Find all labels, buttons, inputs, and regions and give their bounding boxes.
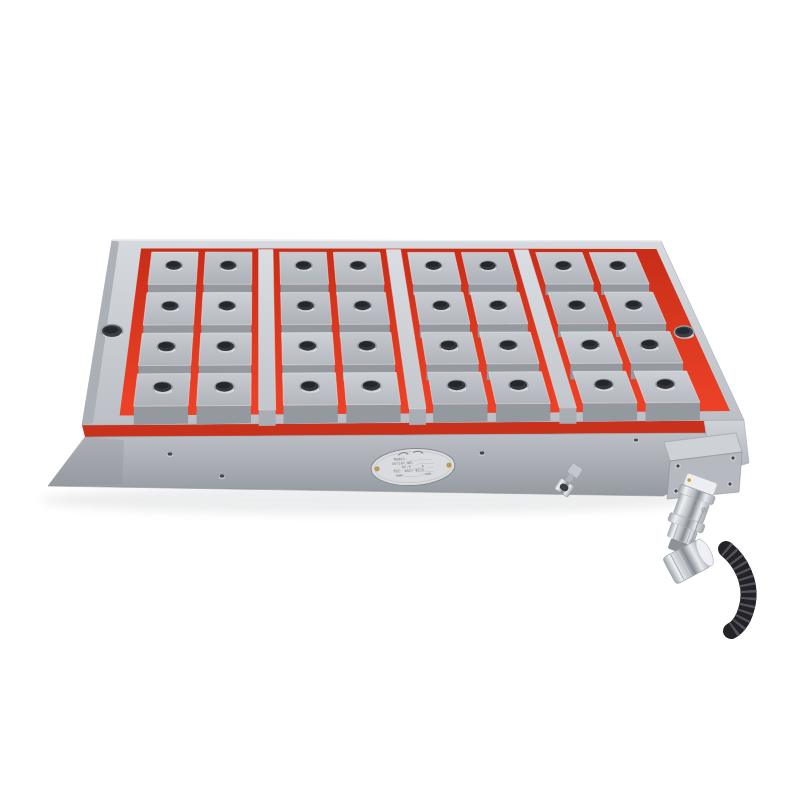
pole-hole-depth bbox=[626, 301, 639, 306]
mounting-hole-depth bbox=[104, 326, 119, 333]
pole-hole-depth bbox=[220, 302, 233, 307]
pole-hole-depth bbox=[221, 262, 233, 267]
pole-hole-depth bbox=[481, 262, 493, 267]
mounting-hole-depth bbox=[676, 328, 690, 335]
pole-block-front bbox=[583, 403, 637, 422]
pole-block-front bbox=[346, 404, 400, 423]
magnetic-chuck-photo: Model: __________ Serial NO: ________ __… bbox=[0, 0, 800, 800]
pole-hole-depth bbox=[426, 262, 438, 267]
rail-front bbox=[259, 410, 276, 426]
pole-hole-depth bbox=[218, 342, 231, 348]
top-edge-highlight bbox=[112, 240, 661, 241]
nameplate-rivet-right bbox=[447, 463, 452, 468]
pole-block-front bbox=[433, 404, 487, 423]
pole-hole-depth bbox=[359, 342, 372, 348]
product-photo: Model: __________ Serial NO: ________ __… bbox=[0, 0, 800, 800]
pole-hole-depth bbox=[596, 380, 610, 386]
pole-hole-depth bbox=[657, 380, 671, 386]
front-face-hole bbox=[168, 452, 173, 456]
pole-hole-depth bbox=[216, 382, 230, 388]
pole-block-front bbox=[197, 405, 251, 424]
pole-hole-depth bbox=[491, 301, 504, 306]
pole-hole-depth bbox=[302, 382, 316, 388]
pole-hole-depth bbox=[300, 342, 313, 348]
pole-hole-depth bbox=[556, 262, 568, 267]
pole-block-front bbox=[284, 405, 338, 424]
pole-hole-depth bbox=[434, 301, 447, 306]
nameplate-rivet-left bbox=[375, 467, 380, 472]
pole-separator-rail bbox=[259, 249, 276, 410]
pole-hole-depth bbox=[298, 302, 311, 307]
pole-hole-depth bbox=[363, 382, 377, 388]
front-face-hole bbox=[220, 474, 225, 478]
pole-hole-depth bbox=[611, 262, 623, 267]
pole-block-front bbox=[496, 403, 550, 422]
pole-block-front bbox=[134, 406, 188, 425]
pole-hole-depth bbox=[351, 262, 363, 267]
pole-hole-depth bbox=[441, 341, 454, 347]
rail-front bbox=[559, 408, 576, 424]
pole-hole-depth bbox=[167, 262, 179, 267]
pole-hole-depth bbox=[163, 302, 176, 307]
pole-hole-depth bbox=[159, 342, 172, 348]
rail-front bbox=[409, 409, 426, 425]
pole-hole-depth bbox=[569, 301, 582, 306]
pole-hole-depth bbox=[449, 381, 463, 387]
front-face-hole bbox=[634, 438, 638, 441]
pole-hole-depth bbox=[510, 381, 524, 387]
pole-hole-depth bbox=[355, 302, 368, 307]
pole-hole-depth bbox=[297, 262, 309, 267]
pole-hole-depth bbox=[155, 383, 169, 389]
pole-hole-depth bbox=[583, 341, 596, 347]
front-face-hole bbox=[480, 451, 485, 455]
pole-hole-depth bbox=[642, 340, 655, 346]
pole-hole-depth bbox=[501, 341, 514, 347]
pole-block-front bbox=[646, 402, 700, 421]
pole-block-grid bbox=[100, 248, 730, 426]
